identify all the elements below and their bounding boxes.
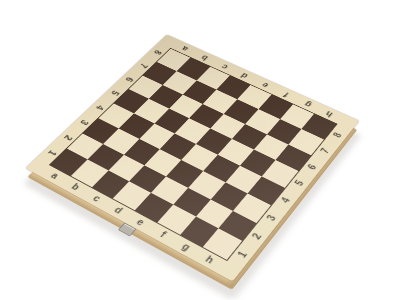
square-e1 [135,193,173,222]
square-d2 [129,165,166,193]
squares-grid [50,49,336,260]
square-g3 [211,182,248,211]
rank-labels-hfile-edge: 87654321 [227,124,351,268]
board-perspective-wrapper: abcdefgh abcdefgh 87654321 87654321 [76,24,316,264]
square-h2 [218,211,256,241]
product-photo: abcdefgh abcdefgh 87654321 87654321 [0,0,400,300]
square-f1 [157,205,195,235]
square-h5 [262,160,298,188]
square-h4 [248,177,285,205]
square-d3 [145,149,182,176]
square-g1 [180,216,219,247]
square-f3 [188,171,225,199]
square-d1 [113,182,151,211]
square-a1 [50,149,87,176]
square-h1 [203,229,242,260]
square-f2 [173,187,211,216]
square-b2 [87,144,124,171]
square-e4 [181,144,217,171]
square-h6 [276,144,312,171]
square-e2 [151,176,188,204]
chessboard: abcdefgh abcdefgh 87654321 87654321 [26,35,359,282]
square-b1 [71,159,108,187]
square-g4 [225,165,262,193]
square-e3 [166,160,203,188]
square-c1 [92,170,130,198]
rank-label-1: 1 [36,143,67,164]
board-3d-scene: abcdefgh abcdefgh 87654321 87654321 [26,35,359,282]
square-g2 [195,199,233,229]
square-h3 [233,193,271,222]
square-g5 [240,149,276,176]
file-labels-rank1-edge: abcdefgh [39,165,227,273]
square-c2 [108,154,145,181]
square-f4 [203,155,239,182]
